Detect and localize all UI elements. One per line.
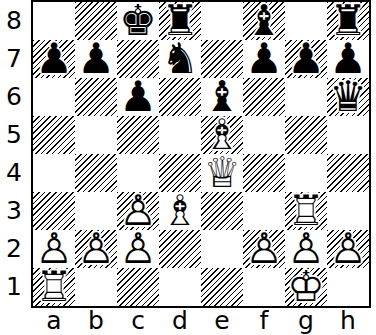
file-label-g: g [285,307,327,334]
piece-white-pawn-icon: ♙ [285,230,327,268]
piece-backing: ♝ [243,2,285,40]
piece-black-knight-icon: ♞ [159,40,201,78]
square-g5[interactable] [285,116,327,154]
square-h2[interactable]: ♟♙ [327,230,369,268]
piece-white-pawn-icon: ♙ [327,230,369,268]
square-a3[interactable] [33,192,75,230]
file-label-a: a [33,307,75,334]
piece-backing: ♟ [33,40,75,78]
square-e3[interactable] [201,192,243,230]
piece-black-pawn-icon: ♟ [243,40,285,78]
piece-backing: ♟ [33,230,75,268]
rank-label-3: 3 [0,192,28,230]
square-e7[interactable] [201,40,243,78]
square-c6[interactable]: ♟♟ [117,78,159,116]
square-b1[interactable] [75,268,117,306]
piece-white-queen-icon: ♕ [201,154,243,192]
square-g6[interactable] [285,78,327,116]
piece-white-pawn-icon: ♙ [117,230,159,268]
piece-white-pawn-icon: ♙ [243,230,285,268]
piece-backing: ♛ [327,78,369,116]
square-g4[interactable] [285,154,327,192]
square-g2[interactable]: ♟♙ [285,230,327,268]
square-b3[interactable] [75,192,117,230]
piece-black-bishop-icon: ♝ [201,78,243,116]
piece-backing: ♟ [327,230,369,268]
square-b2[interactable]: ♟♙ [75,230,117,268]
square-c8[interactable]: ♚♚ [117,2,159,40]
piece-backing: ♝ [201,78,243,116]
piece-backing: ♜ [33,268,75,306]
piece-backing: ♟ [117,230,159,268]
square-b4[interactable] [75,154,117,192]
square-c4[interactable] [117,154,159,192]
piece-backing: ♟ [243,230,285,268]
square-h7[interactable]: ♟♟ [327,40,369,78]
rank-label-4: 4 [0,154,28,192]
square-a8[interactable] [33,2,75,40]
piece-backing: ♟ [243,40,285,78]
square-a1[interactable]: ♜♖ [33,268,75,306]
square-d3[interactable]: ♝♗ [159,192,201,230]
piece-backing: ♚ [117,2,159,40]
piece-backing: ♟ [117,78,159,116]
square-e4[interactable]: ♛♕ [201,154,243,192]
piece-white-pawn-icon: ♙ [117,192,159,230]
piece-backing: ♛ [201,154,243,192]
square-f5[interactable] [243,116,285,154]
piece-black-rook-icon: ♜ [327,2,369,40]
rank-label-1: 1 [0,268,28,306]
square-d7[interactable]: ♞♞ [159,40,201,78]
square-h6[interactable]: ♛♛ [327,78,369,116]
square-h8[interactable]: ♜♜ [327,2,369,40]
piece-backing: ♜ [285,192,327,230]
piece-backing: ♟ [285,230,327,268]
square-e2[interactable] [201,230,243,268]
rank-label-5: 5 [0,116,28,154]
square-a6[interactable] [33,78,75,116]
square-b6[interactable] [75,78,117,116]
square-d8[interactable]: ♜♜ [159,2,201,40]
piece-backing: ♟ [75,230,117,268]
piece-backing: ♟ [75,40,117,78]
square-f3[interactable] [243,192,285,230]
piece-backing: ♜ [159,2,201,40]
square-f6[interactable] [243,78,285,116]
square-d4[interactable] [159,154,201,192]
square-d2[interactable] [159,230,201,268]
file-label-e: e [201,307,243,334]
square-g7[interactable]: ♟♟ [285,40,327,78]
square-a4[interactable] [33,154,75,192]
square-f1[interactable] [243,268,285,306]
square-h3[interactable] [327,192,369,230]
square-b7[interactable]: ♟♟ [75,40,117,78]
piece-backing: ♝ [159,192,201,230]
square-f2[interactable]: ♟♙ [243,230,285,268]
rank-label-2: 2 [0,230,28,268]
piece-white-king-icon: ♔ [285,268,327,306]
rank-label-7: 7 [0,40,28,78]
piece-white-rook-icon: ♖ [33,268,75,306]
piece-white-bishop-icon: ♗ [201,116,243,154]
rank-label-6: 6 [0,78,28,116]
file-label-d: d [159,307,201,334]
square-c1[interactable] [117,268,159,306]
square-g1[interactable]: ♚♔ [285,268,327,306]
square-h5[interactable] [327,116,369,154]
square-d1[interactable] [159,268,201,306]
square-h4[interactable] [327,154,369,192]
square-e1[interactable] [201,268,243,306]
square-g3[interactable]: ♜♖ [285,192,327,230]
square-c7[interactable] [117,40,159,78]
piece-black-pawn-icon: ♟ [327,40,369,78]
square-e5[interactable]: ♝♗ [201,116,243,154]
piece-black-king-icon: ♚ [117,2,159,40]
square-c3[interactable]: ♟♙ [117,192,159,230]
square-g8[interactable] [285,2,327,40]
square-c2[interactable]: ♟♙ [117,230,159,268]
piece-black-pawn-icon: ♟ [75,40,117,78]
file-label-h: h [327,307,369,334]
file-label-c: c [117,307,159,334]
piece-backing: ♝ [201,116,243,154]
square-b5[interactable] [75,116,117,154]
square-f4[interactable] [243,154,285,192]
piece-backing: ♚ [285,268,327,306]
square-f8[interactable]: ♝♝ [243,2,285,40]
piece-backing: ♞ [159,40,201,78]
square-a5[interactable] [33,116,75,154]
square-c5[interactable] [117,116,159,154]
piece-black-bishop-icon: ♝ [243,2,285,40]
chess-board: ♚♚♜♜♝♝♜♜♟♟♟♟♞♞♟♟♟♟♟♟♟♟♝♝♛♛♝♗♛♕♟♙♝♗♜♖♟♙♟♙… [31,0,371,308]
rank-label-8: 8 [0,2,28,40]
square-e6[interactable]: ♝♝ [201,78,243,116]
square-h1[interactable] [327,268,369,306]
file-label-b: b [75,307,117,334]
square-d6[interactable] [159,78,201,116]
chess-diagram: 87654321 ♚♚♜♜♝♝♜♜♟♟♟♟♞♞♟♟♟♟♟♟♟♟♝♝♛♛♝♗♛♕♟… [0,0,376,335]
piece-black-pawn-icon: ♟ [33,40,75,78]
piece-backing: ♟ [285,40,327,78]
piece-white-bishop-icon: ♗ [159,192,201,230]
square-f7[interactable]: ♟♟ [243,40,285,78]
piece-white-rook-icon: ♖ [285,192,327,230]
piece-black-queen-icon: ♛ [327,78,369,116]
piece-white-pawn-icon: ♙ [33,230,75,268]
piece-black-pawn-icon: ♟ [117,78,159,116]
piece-white-pawn-icon: ♙ [75,230,117,268]
piece-black-pawn-icon: ♟ [285,40,327,78]
square-a7[interactable]: ♟♟ [33,40,75,78]
piece-backing: ♟ [117,192,159,230]
square-d5[interactable] [159,116,201,154]
square-e8[interactable] [201,2,243,40]
square-b8[interactable] [75,2,117,40]
piece-backing: ♟ [327,40,369,78]
piece-black-rook-icon: ♜ [159,2,201,40]
square-a2[interactable]: ♟♙ [33,230,75,268]
file-label-f: f [243,307,285,334]
piece-backing: ♜ [327,2,369,40]
